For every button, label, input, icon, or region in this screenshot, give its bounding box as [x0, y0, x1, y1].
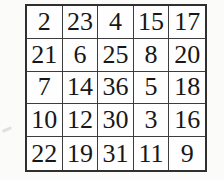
- cell-r2c0: 7: [27, 72, 63, 105]
- number-grid-board: 2 23 4 15 17 21 6 25 8 20 7 14 36 5 18 1…: [25, 4, 207, 172]
- cell-r3c0: 10: [27, 104, 63, 137]
- cell-r3c2: 30: [98, 104, 134, 137]
- scan-smudge: [2, 126, 12, 133]
- cell-r3c3: 3: [134, 104, 170, 137]
- cell-r0c1: 23: [63, 6, 99, 39]
- page: 2 23 4 15 17 21 6 25 8 20 7 14 36 5 18 1…: [0, 0, 224, 180]
- cell-r1c4: 20: [169, 39, 205, 72]
- cell-r1c0: 21: [27, 39, 63, 72]
- cell-r2c2: 36: [98, 72, 134, 105]
- cell-r1c1: 6: [63, 39, 99, 72]
- cell-r4c4: 9: [169, 137, 205, 170]
- cell-r4c0: 22: [27, 137, 63, 170]
- cell-r0c2: 4: [98, 6, 134, 39]
- cell-r3c1: 12: [63, 104, 99, 137]
- cell-r3c4: 16: [169, 104, 205, 137]
- cell-r2c4: 18: [169, 72, 205, 105]
- cell-r0c3: 15: [134, 6, 170, 39]
- cell-r1c3: 8: [134, 39, 170, 72]
- cell-r2c1: 14: [63, 72, 99, 105]
- cell-r4c3: 11: [134, 137, 170, 170]
- cell-r2c3: 5: [134, 72, 170, 105]
- cell-r0c0: 2: [27, 6, 63, 39]
- cell-r4c1: 19: [63, 137, 99, 170]
- cell-r1c2: 25: [98, 39, 134, 72]
- cell-r4c2: 31: [98, 137, 134, 170]
- cell-r0c4: 17: [169, 6, 205, 39]
